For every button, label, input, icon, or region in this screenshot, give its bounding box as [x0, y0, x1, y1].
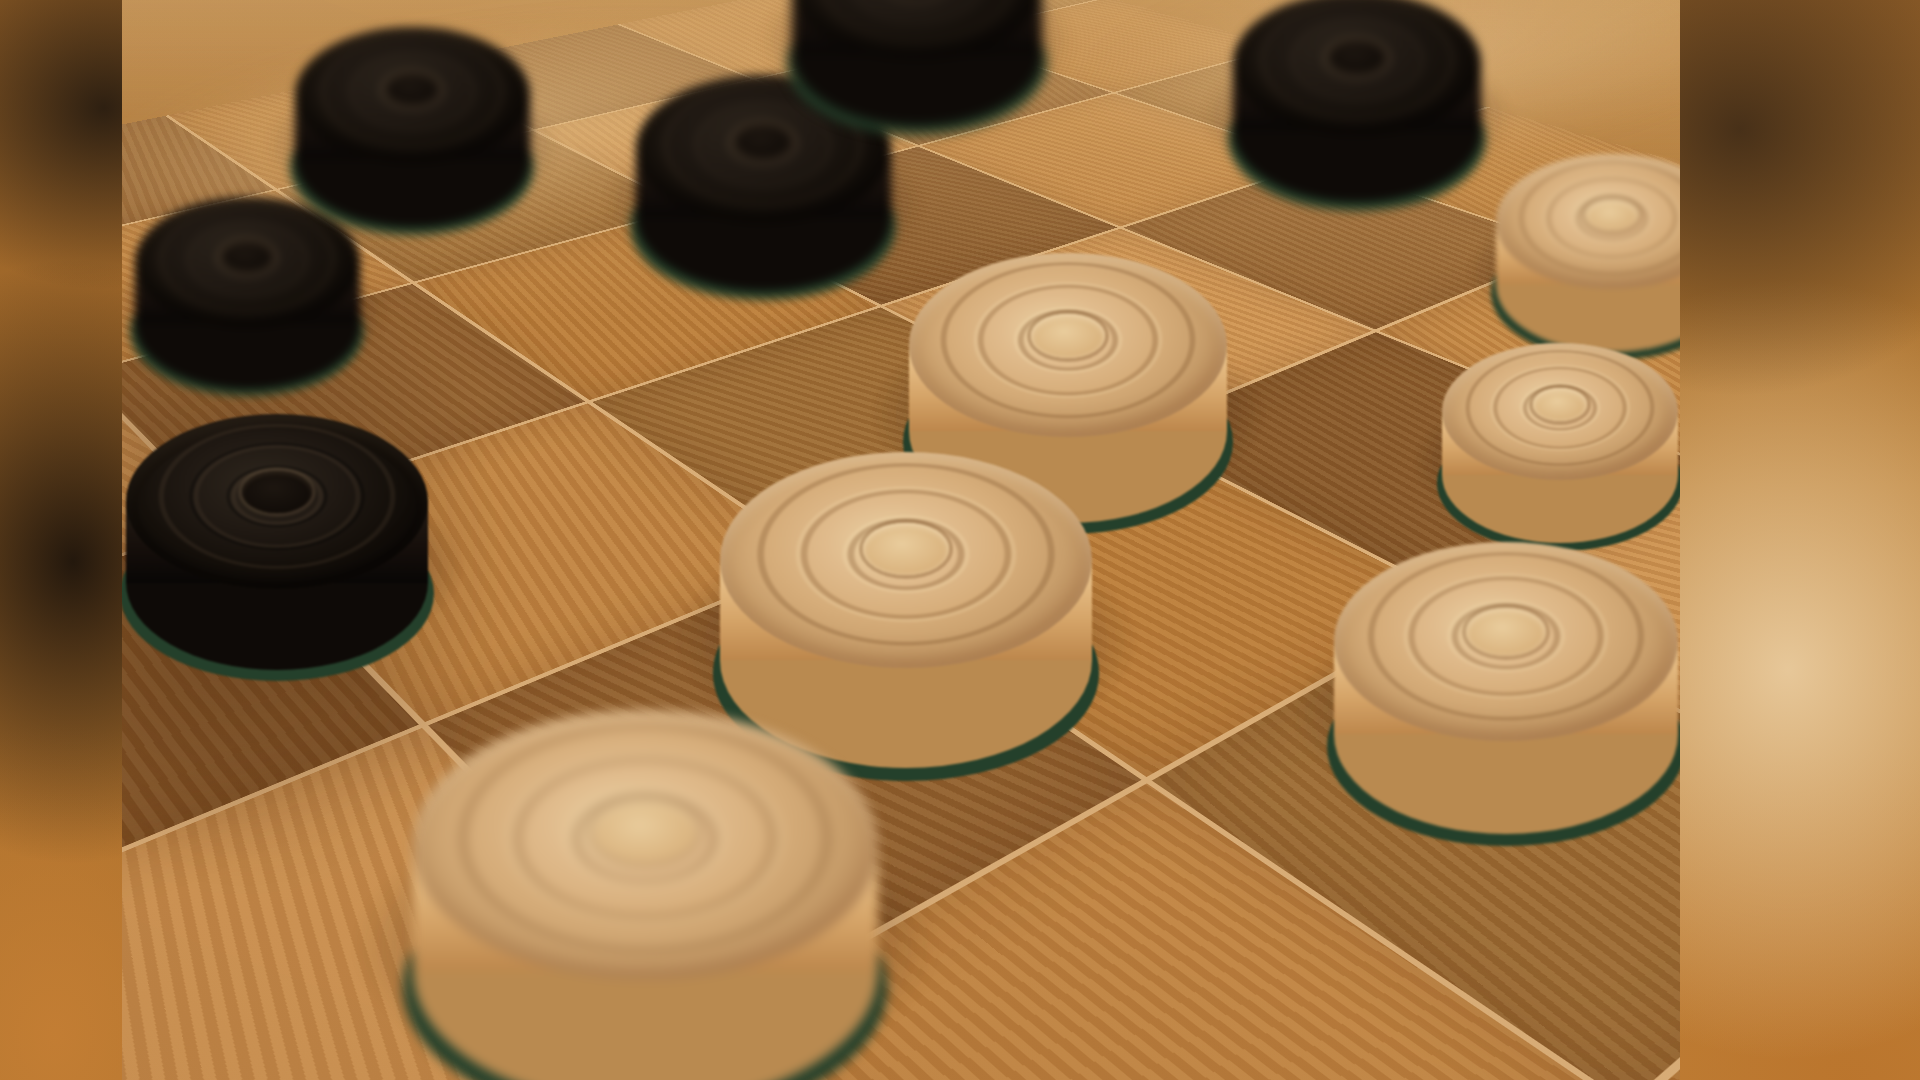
piece-center-plug: [1466, 608, 1545, 656]
black-checker-piece: [1233, 0, 1481, 202]
piece-center-plug: [1328, 39, 1385, 74]
blur-band-right: [1680, 0, 1920, 1080]
piece-center-plug: [1031, 314, 1104, 358]
white-checker-piece: [413, 710, 878, 1080]
piece-center-plug: [1533, 388, 1587, 421]
white-checker-piece: [1334, 542, 1678, 834]
piece-center-plug: [242, 471, 311, 513]
black-checker-piece: [126, 414, 428, 671]
pieces-layer: [122, 0, 1680, 1080]
piece-center-plug: [1585, 199, 1638, 231]
black-checker-piece: [295, 27, 530, 227]
white-checker-piece: [1442, 343, 1678, 544]
piece-center-plug: [385, 72, 439, 105]
piece-center-plug: [734, 123, 793, 158]
photo-stage: [0, 0, 1920, 1080]
black-checker-piece: [792, 0, 1042, 126]
piece-center-plug: [863, 523, 949, 575]
piece-center-plug: [592, 799, 699, 864]
white-checker-piece: [1496, 154, 1680, 351]
photo-area: [122, 0, 1680, 1080]
blur-band-left: [0, 0, 122, 1080]
piece-center-plug: [221, 240, 273, 271]
